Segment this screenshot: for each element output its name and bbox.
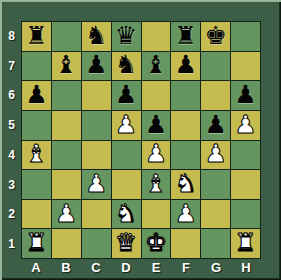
square-a7[interactable] — [22, 52, 51, 81]
square-e2[interactable] — [142, 200, 171, 229]
rank-label-7: 7 — [2, 51, 21, 81]
white-knight[interactable]: ♞ — [115, 201, 137, 226]
black-rook[interactable]: ♜ — [25, 23, 47, 48]
white-king[interactable]: ♚ — [145, 230, 167, 255]
white-queen[interactable]: ♛ — [115, 230, 137, 255]
square-b7[interactable]: ♝ — [52, 52, 81, 81]
file-label-g: G — [201, 258, 231, 276]
square-h8[interactable] — [231, 22, 260, 51]
square-a2[interactable] — [22, 200, 51, 229]
square-g1[interactable] — [201, 229, 230, 258]
square-e3[interactable]: ♝ — [142, 170, 171, 199]
square-c1[interactable] — [82, 229, 111, 258]
black-pawn[interactable]: ♟ — [145, 112, 167, 137]
square-g7[interactable] — [201, 52, 230, 81]
chess-board[interactable]: ♜♞♛♜♚♝♟♞♝♟♟♟♟♟♟♟♟♝♟♟♟♝♞♟♞♟♜♛♚♜ — [21, 21, 261, 259]
square-a6[interactable]: ♟ — [22, 81, 51, 110]
file-labels: ABCDEFGH — [21, 258, 261, 276]
black-knight[interactable]: ♞ — [115, 52, 137, 77]
black-pawn[interactable]: ♟ — [234, 82, 256, 107]
square-g6[interactable] — [201, 81, 230, 110]
file-label-a: A — [21, 258, 51, 276]
white-pawn[interactable]: ♟ — [115, 112, 137, 137]
square-b5[interactable] — [52, 111, 81, 140]
square-a4[interactable]: ♝ — [22, 141, 51, 170]
square-f1[interactable] — [171, 229, 200, 258]
white-pawn[interactable]: ♟ — [55, 201, 77, 226]
rank-label-6: 6 — [2, 81, 21, 111]
square-f6[interactable] — [171, 81, 200, 110]
square-c4[interactable] — [82, 141, 111, 170]
file-label-e: E — [141, 258, 171, 276]
square-g8[interactable]: ♚ — [201, 22, 230, 51]
square-a3[interactable] — [22, 170, 51, 199]
black-queen[interactable]: ♛ — [115, 23, 137, 48]
rank-label-5: 5 — [2, 110, 21, 140]
square-c6[interactable] — [82, 81, 111, 110]
square-d7[interactable]: ♞ — [112, 52, 141, 81]
square-d3[interactable] — [112, 170, 141, 199]
square-e8[interactable] — [142, 22, 171, 51]
black-knight[interactable]: ♞ — [85, 23, 107, 48]
square-e1[interactable]: ♚ — [142, 229, 171, 258]
square-b4[interactable] — [52, 141, 81, 170]
square-d4[interactable] — [112, 141, 141, 170]
rank-label-8: 8 — [2, 21, 21, 51]
black-rook[interactable]: ♜ — [175, 23, 197, 48]
square-c7[interactable]: ♟ — [82, 52, 111, 81]
square-g4[interactable]: ♟ — [201, 141, 230, 170]
square-f4[interactable] — [171, 141, 200, 170]
square-b3[interactable] — [52, 170, 81, 199]
square-c5[interactable] — [82, 111, 111, 140]
square-h1[interactable]: ♜ — [231, 229, 260, 258]
square-e6[interactable] — [142, 81, 171, 110]
square-f3[interactable]: ♞ — [171, 170, 200, 199]
square-h2[interactable] — [231, 200, 260, 229]
black-bishop[interactable]: ♝ — [145, 52, 167, 77]
square-g5[interactable]: ♟ — [201, 111, 230, 140]
file-label-h: H — [231, 258, 261, 276]
square-b6[interactable] — [52, 81, 81, 110]
square-a5[interactable] — [22, 111, 51, 140]
chess-diagram: 87654321 ♜♞♛♜♚♝♟♞♝♟♟♟♟♟♟♟♟♝♟♟♟♝♞♟♞♟♜♛♚♜ … — [0, 0, 281, 280]
rank-labels: 87654321 — [2, 21, 21, 259]
square-f7[interactable]: ♟ — [171, 52, 200, 81]
black-pawn[interactable]: ♟ — [25, 82, 47, 107]
rank-label-3: 3 — [2, 170, 21, 200]
square-c8[interactable]: ♞ — [82, 22, 111, 51]
black-bishop[interactable]: ♝ — [55, 52, 77, 77]
white-pawn[interactable]: ♟ — [145, 141, 167, 166]
file-label-c: C — [81, 258, 111, 276]
square-a1[interactable]: ♜ — [22, 229, 51, 258]
black-pawn[interactable]: ♟ — [175, 52, 197, 77]
square-h4[interactable] — [231, 141, 260, 170]
white-knight[interactable]: ♞ — [175, 171, 197, 196]
square-a8[interactable]: ♜ — [22, 22, 51, 51]
file-label-f: F — [171, 258, 201, 276]
square-d5[interactable]: ♟ — [112, 111, 141, 140]
rank-label-2: 2 — [2, 200, 21, 230]
file-label-d: D — [111, 258, 141, 276]
white-pawn[interactable]: ♟ — [204, 141, 226, 166]
square-d8[interactable]: ♛ — [112, 22, 141, 51]
white-pawn[interactable]: ♟ — [175, 201, 197, 226]
black-pawn[interactable]: ♟ — [85, 52, 107, 77]
square-g3[interactable] — [201, 170, 230, 199]
white-pawn[interactable]: ♟ — [234, 112, 256, 137]
square-f8[interactable]: ♜ — [171, 22, 200, 51]
square-f2[interactable]: ♟ — [171, 200, 200, 229]
square-b1[interactable] — [52, 229, 81, 258]
square-b2[interactable]: ♟ — [52, 200, 81, 229]
white-bishop[interactable]: ♝ — [25, 141, 47, 166]
square-c2[interactable] — [82, 200, 111, 229]
square-e5[interactable]: ♟ — [142, 111, 171, 140]
white-rook[interactable]: ♜ — [25, 230, 47, 255]
square-h6[interactable]: ♟ — [231, 81, 260, 110]
rank-label-4: 4 — [2, 140, 21, 170]
square-d6[interactable]: ♟ — [112, 81, 141, 110]
white-rook[interactable]: ♜ — [234, 230, 256, 255]
black-pawn[interactable]: ♟ — [204, 112, 226, 137]
black-king[interactable]: ♚ — [204, 23, 226, 48]
black-pawn[interactable]: ♟ — [115, 82, 137, 107]
white-pawn[interactable]: ♟ — [85, 171, 107, 196]
square-e4[interactable]: ♟ — [142, 141, 171, 170]
square-d1[interactable]: ♛ — [112, 229, 141, 258]
square-e7[interactable]: ♝ — [142, 52, 171, 81]
square-h7[interactable] — [231, 52, 260, 81]
square-h5[interactable]: ♟ — [231, 111, 260, 140]
white-bishop[interactable]: ♝ — [145, 171, 167, 196]
square-d2[interactable]: ♞ — [112, 200, 141, 229]
file-label-b: B — [51, 258, 81, 276]
rank-label-1: 1 — [2, 229, 21, 259]
square-b8[interactable] — [52, 22, 81, 51]
square-g2[interactable] — [201, 200, 230, 229]
square-c3[interactable]: ♟ — [82, 170, 111, 199]
square-f5[interactable] — [171, 111, 200, 140]
square-h3[interactable] — [231, 170, 260, 199]
